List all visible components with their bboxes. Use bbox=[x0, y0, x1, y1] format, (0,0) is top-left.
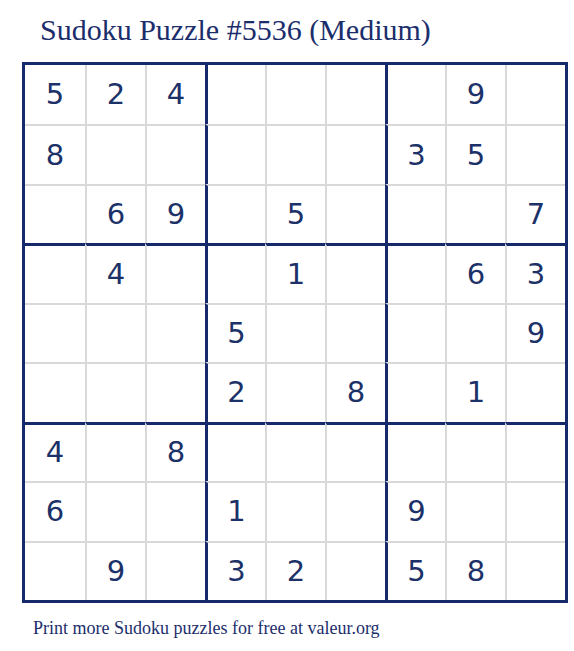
cell-r3c3: 9 bbox=[145, 184, 205, 243]
cell-r5c7 bbox=[385, 303, 445, 362]
sudoku-grid: 524983569574163592814861993258 bbox=[25, 65, 565, 600]
cell-r9c2: 9 bbox=[85, 541, 145, 600]
cell-r4c3 bbox=[145, 243, 205, 302]
cell-r3c5: 5 bbox=[265, 184, 325, 243]
cell-r6c3 bbox=[145, 362, 205, 421]
cell-r1c6 bbox=[325, 65, 385, 124]
cell-r2c8: 5 bbox=[445, 124, 505, 183]
cell-r3c8 bbox=[445, 184, 505, 243]
cell-r9c4: 3 bbox=[205, 541, 265, 600]
footer-text: Print more Sudoku puzzles for free at va… bbox=[33, 618, 380, 639]
cell-r5c5 bbox=[265, 303, 325, 362]
cell-r4c2: 4 bbox=[85, 243, 145, 302]
cell-r6c1 bbox=[25, 362, 85, 421]
cell-r7c4 bbox=[205, 422, 265, 481]
cell-r3c2: 6 bbox=[85, 184, 145, 243]
cell-r8c5 bbox=[265, 481, 325, 540]
cell-r8c3 bbox=[145, 481, 205, 540]
cell-r4c6 bbox=[325, 243, 385, 302]
cell-r4c7 bbox=[385, 243, 445, 302]
cell-r1c3: 4 bbox=[145, 65, 205, 124]
cell-r9c3 bbox=[145, 541, 205, 600]
cell-r5c6 bbox=[325, 303, 385, 362]
cell-r8c4: 1 bbox=[205, 481, 265, 540]
cell-r1c2: 2 bbox=[85, 65, 145, 124]
cell-r1c1: 5 bbox=[25, 65, 85, 124]
cell-r6c6: 8 bbox=[325, 362, 385, 421]
cell-r4c9: 3 bbox=[505, 243, 565, 302]
sudoku-board: 524983569574163592814861993258 bbox=[22, 62, 568, 603]
cell-r7c2 bbox=[85, 422, 145, 481]
cell-r1c8: 9 bbox=[445, 65, 505, 124]
cell-r8c7: 9 bbox=[385, 481, 445, 540]
cell-r3c1 bbox=[25, 184, 85, 243]
cell-r6c7 bbox=[385, 362, 445, 421]
cell-r3c7 bbox=[385, 184, 445, 243]
cell-r5c4: 5 bbox=[205, 303, 265, 362]
page-title: Sudoku Puzzle #5536 (Medium) bbox=[40, 13, 431, 47]
cell-r7c3: 8 bbox=[145, 422, 205, 481]
cell-r6c5 bbox=[265, 362, 325, 421]
cell-r9c7: 5 bbox=[385, 541, 445, 600]
cell-r6c2 bbox=[85, 362, 145, 421]
cell-r5c3 bbox=[145, 303, 205, 362]
cell-r2c5 bbox=[265, 124, 325, 183]
cell-r6c4: 2 bbox=[205, 362, 265, 421]
cell-r5c2 bbox=[85, 303, 145, 362]
cell-r9c8: 8 bbox=[445, 541, 505, 600]
cell-r2c9 bbox=[505, 124, 565, 183]
cell-r6c9 bbox=[505, 362, 565, 421]
cell-r8c8 bbox=[445, 481, 505, 540]
cell-r9c9 bbox=[505, 541, 565, 600]
cell-r8c2 bbox=[85, 481, 145, 540]
cell-r4c1 bbox=[25, 243, 85, 302]
cell-r2c1: 8 bbox=[25, 124, 85, 183]
cell-r8c6 bbox=[325, 481, 385, 540]
cell-r7c9 bbox=[505, 422, 565, 481]
cell-r5c8 bbox=[445, 303, 505, 362]
cell-r6c8: 1 bbox=[445, 362, 505, 421]
cell-r5c1 bbox=[25, 303, 85, 362]
cell-r7c1: 4 bbox=[25, 422, 85, 481]
cell-r9c5: 2 bbox=[265, 541, 325, 600]
cell-r2c4 bbox=[205, 124, 265, 183]
cell-r2c2 bbox=[85, 124, 145, 183]
cell-r9c1 bbox=[25, 541, 85, 600]
cell-r1c7 bbox=[385, 65, 445, 124]
cell-r7c6 bbox=[325, 422, 385, 481]
cell-r1c9 bbox=[505, 65, 565, 124]
cell-r9c6 bbox=[325, 541, 385, 600]
cell-r4c8: 6 bbox=[445, 243, 505, 302]
cell-r3c6 bbox=[325, 184, 385, 243]
cell-r1c5 bbox=[265, 65, 325, 124]
cell-r2c3 bbox=[145, 124, 205, 183]
cell-r3c9: 7 bbox=[505, 184, 565, 243]
cell-r8c1: 6 bbox=[25, 481, 85, 540]
cell-r7c7 bbox=[385, 422, 445, 481]
cell-r2c6 bbox=[325, 124, 385, 183]
cell-r5c9: 9 bbox=[505, 303, 565, 362]
cell-r3c4 bbox=[205, 184, 265, 243]
cell-r7c8 bbox=[445, 422, 505, 481]
cell-r1c4 bbox=[205, 65, 265, 124]
cell-r7c5 bbox=[265, 422, 325, 481]
cell-r4c4 bbox=[205, 243, 265, 302]
cell-r8c9 bbox=[505, 481, 565, 540]
cell-r2c7: 3 bbox=[385, 124, 445, 183]
cell-r4c5: 1 bbox=[265, 243, 325, 302]
